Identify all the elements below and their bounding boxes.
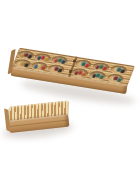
seed-red xyxy=(84,63,89,67)
seed-darkred xyxy=(95,65,100,69)
seed-darkblue xyxy=(37,56,42,60)
seed-amber xyxy=(20,53,25,57)
seed-darkblue xyxy=(61,60,66,64)
seed-red xyxy=(102,66,107,70)
seed-black xyxy=(120,69,125,73)
seed-red xyxy=(41,65,46,69)
folded-board-seam xyxy=(9,120,69,127)
product-photo xyxy=(0,0,140,187)
seed-teal xyxy=(117,77,122,81)
seed-green xyxy=(99,75,104,79)
seed-black xyxy=(57,68,62,72)
seed-blue xyxy=(33,64,38,68)
seed-red xyxy=(53,58,58,62)
seed-darkred xyxy=(74,71,79,75)
seed-black xyxy=(92,73,97,77)
seed-black xyxy=(24,63,29,67)
seed-orange xyxy=(81,72,86,76)
seed-amber xyxy=(44,57,49,61)
seed-black xyxy=(27,54,32,58)
